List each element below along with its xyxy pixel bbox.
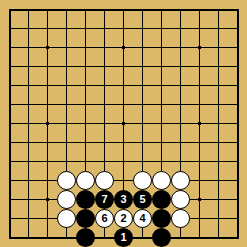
black-stone: [152, 209, 171, 228]
black-stone-move-7: 7: [95, 190, 114, 209]
black-stone: [76, 190, 95, 209]
black-stone: [76, 209, 95, 228]
white-stone: [152, 171, 171, 190]
white-stone-move-4: 4: [133, 209, 152, 228]
black-stone: [152, 228, 171, 247]
white-stone: [76, 171, 95, 190]
black-stone: [76, 228, 95, 247]
black-stone: [152, 190, 171, 209]
white-stone: [171, 190, 190, 209]
white-stone-move-6: 6: [95, 209, 114, 228]
white-stone: [95, 171, 114, 190]
black-stone-move-3: 3: [114, 190, 133, 209]
black-stone-move-1: 1: [114, 228, 133, 247]
white-stone: [171, 171, 190, 190]
white-stone: [57, 190, 76, 209]
board-stone-layer: 7356241: [0, 0, 247, 247]
white-stone: [171, 209, 190, 228]
white-stone: [57, 209, 76, 228]
go-problem-diagram: 7356241: [0, 0, 247, 247]
white-stone: [133, 171, 152, 190]
black-stone-move-5: 5: [133, 190, 152, 209]
white-stone-move-2: 2: [114, 209, 133, 228]
white-stone: [57, 171, 76, 190]
go-board: 7356241: [0, 0, 247, 247]
